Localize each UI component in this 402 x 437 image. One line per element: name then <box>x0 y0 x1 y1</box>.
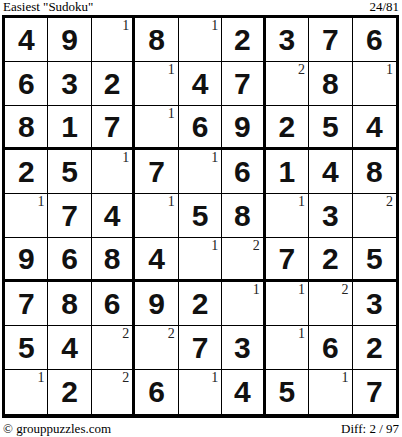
sudoku-cell-r1c1[interactable]: 4 <box>5 18 48 62</box>
cell-value: 8 <box>148 25 165 55</box>
cell-value: 6 <box>18 69 35 99</box>
cell-value: 9 <box>61 25 78 55</box>
sudoku-cell-r7c2[interactable]: 8 <box>48 282 91 326</box>
difficulty-text: Diff: 2 / 97 <box>341 421 399 436</box>
sudoku-cell-r9c1[interactable]: 1 <box>5 370 48 414</box>
cell-value: 1 <box>61 112 78 142</box>
sudoku-cell-r7c7[interactable]: 1 <box>266 282 309 326</box>
cell-value: 7 <box>279 244 296 274</box>
sudoku-cell-r7c1[interactable]: 7 <box>5 282 48 326</box>
sudoku-cell-r6c2[interactable]: 6 <box>48 238 91 282</box>
sudoku-cell-r8c9[interactable]: 2 <box>353 326 396 370</box>
sudoku-cell-r4c1[interactable]: 2 <box>5 150 48 194</box>
cell-value: 4 <box>234 377 251 407</box>
cell-value: 8 <box>366 157 383 187</box>
cell-value: 4 <box>104 201 121 231</box>
cell-value: 2 <box>61 377 78 407</box>
cell-value: 4 <box>18 25 35 55</box>
sudoku-cell-r4c5[interactable]: 1 <box>179 150 222 194</box>
remaining-counter: 24/81 <box>369 0 399 14</box>
cell-value: 6 <box>192 112 209 142</box>
cell-value: 6 <box>322 333 339 363</box>
sudoku-cell-r8c1[interactable]: 5 <box>5 326 48 370</box>
sudoku-cell-r6c7[interactable]: 7 <box>266 238 309 282</box>
cell-value: 7 <box>366 377 383 407</box>
cell-value: 2 <box>192 289 209 319</box>
sudoku-cell-r6c1[interactable]: 9 <box>5 238 48 282</box>
pencil-mark: 1 <box>37 195 44 209</box>
sudoku-cell-r6c4[interactable]: 4 <box>135 238 178 282</box>
cell-value: 4 <box>61 333 78 363</box>
sudoku-cell-r5c1[interactable]: 1 <box>5 194 48 238</box>
sudoku-cell-r4c4[interactable]: 7 <box>135 150 178 194</box>
sudoku-cell-r1c9[interactable]: 6 <box>353 18 396 62</box>
sudoku-cell-r6c8[interactable]: 2 <box>309 238 352 282</box>
cell-value: 7 <box>322 25 339 55</box>
cell-value: 9 <box>234 112 251 142</box>
pencil-mark: 1 <box>37 371 44 385</box>
sudoku-cell-r8c5[interactable]: 7 <box>179 326 222 370</box>
pencil-mark: 1 <box>298 283 305 297</box>
sudoku-cell-r5c6[interactable]: 8 <box>222 194 265 238</box>
sudoku-cell-r4c8[interactable]: 4 <box>309 150 352 194</box>
pencil-mark: 2 <box>168 327 175 341</box>
sudoku-cell-r5c7[interactable]: 1 <box>266 194 309 238</box>
sudoku-cell-r5c8[interactable]: 3 <box>309 194 352 238</box>
sudoku-cell-r6c9[interactable]: 5 <box>353 238 396 282</box>
cell-value: 6 <box>148 377 165 407</box>
pencil-mark: 1 <box>168 195 175 209</box>
puzzle-page: Easiest "Sudoku" 24/81 49181237663214728… <box>0 0 402 437</box>
pencil-mark: 1 <box>168 107 175 121</box>
sudoku-cell-r9c3[interactable]: 2 <box>92 370 135 414</box>
pencil-mark: 1 <box>298 327 305 341</box>
footer: © grouppuzzles.com Diff: 2 / 97 <box>3 421 399 436</box>
sudoku-cell-r7c6[interactable]: 1 <box>222 282 265 326</box>
sudoku-cell-r7c5[interactable]: 2 <box>179 282 222 326</box>
cell-value: 3 <box>234 333 251 363</box>
copyright-text: © grouppuzzles.com <box>3 421 111 436</box>
sudoku-cell-r9c7[interactable]: 5 <box>266 370 309 414</box>
pencil-mark: 2 <box>298 63 305 77</box>
sudoku-cell-r3c5[interactable]: 6 <box>179 106 222 150</box>
pencil-mark: 2 <box>342 283 349 297</box>
pencil-mark: 2 <box>122 327 129 341</box>
pencil-mark: 1 <box>122 151 129 165</box>
sudoku-cell-r7c9[interactable]: 3 <box>353 282 396 326</box>
cell-value: 5 <box>322 112 339 142</box>
sudoku-cell-r6c6[interactable]: 2 <box>222 238 265 282</box>
sudoku-cell-r2c1[interactable]: 6 <box>5 62 48 106</box>
cell-value: 6 <box>61 244 78 274</box>
sudoku-cell-r3c4[interactable]: 1 <box>135 106 178 150</box>
sudoku-board: 4918123766321472818171692542517161481741… <box>2 15 399 418</box>
pencil-mark: 1 <box>211 239 218 253</box>
sudoku-cell-r8c8[interactable]: 6 <box>309 326 352 370</box>
pencil-mark: 1 <box>211 19 218 33</box>
cell-value: 2 <box>322 244 339 274</box>
sudoku-cell-r5c3[interactable]: 4 <box>92 194 135 238</box>
sudoku-cell-r9c6[interactable]: 4 <box>222 370 265 414</box>
pencil-mark: 1 <box>253 283 260 297</box>
cell-value: 2 <box>104 69 121 99</box>
cell-value: 2 <box>234 25 251 55</box>
sudoku-cell-r9c4[interactable]: 6 <box>135 370 178 414</box>
sudoku-cell-r4c3[interactable]: 1 <box>92 150 135 194</box>
cell-value: 8 <box>61 289 78 319</box>
sudoku-cell-r4c7[interactable]: 1 <box>266 150 309 194</box>
cell-value: 8 <box>104 244 121 274</box>
cell-value: 4 <box>148 244 165 274</box>
cell-value: 4 <box>192 69 209 99</box>
sudoku-cell-r8c4[interactable]: 2 <box>135 326 178 370</box>
sudoku-cell-r9c9[interactable]: 7 <box>353 370 396 414</box>
sudoku-cell-r1c7[interactable]: 3 <box>266 18 309 62</box>
cell-value: 5 <box>18 333 35 363</box>
sudoku-cell-r2c3[interactable]: 2 <box>92 62 135 106</box>
sudoku-cell-r1c8[interactable]: 7 <box>309 18 352 62</box>
cell-value: 6 <box>234 157 251 187</box>
cell-value: 5 <box>366 244 383 274</box>
cell-value: 8 <box>322 69 339 99</box>
sudoku-cell-r7c4[interactable]: 9 <box>135 282 178 326</box>
cell-value: 7 <box>234 69 251 99</box>
pencil-mark: 1 <box>298 195 305 209</box>
sudoku-cell-r4c2[interactable]: 5 <box>48 150 91 194</box>
cell-value: 2 <box>366 333 383 363</box>
sudoku-cell-r1c6[interactable]: 2 <box>222 18 265 62</box>
cell-value: 4 <box>322 157 339 187</box>
cell-value: 1 <box>279 157 296 187</box>
cell-value: 5 <box>192 201 209 231</box>
sudoku-cell-r2c2[interactable]: 3 <box>48 62 91 106</box>
sudoku-cell-r2c7[interactable]: 2 <box>266 62 309 106</box>
pencil-mark: 1 <box>168 63 175 77</box>
pencil-mark: 1 <box>386 63 393 77</box>
sudoku-cell-r6c5[interactable]: 1 <box>179 238 222 282</box>
pencil-mark: 1 <box>122 19 129 33</box>
cell-value: 5 <box>279 377 296 407</box>
cell-value: 3 <box>279 25 296 55</box>
cell-value: 4 <box>366 112 383 142</box>
sudoku-cell-r2c8[interactable]: 8 <box>309 62 352 106</box>
sudoku-cell-r1c5[interactable]: 1 <box>179 18 222 62</box>
sudoku-cell-r7c8[interactable]: 2 <box>309 282 352 326</box>
sudoku-cell-r2c4[interactable]: 1 <box>135 62 178 106</box>
cell-value: 9 <box>18 244 35 274</box>
pencil-mark: 1 <box>211 151 218 165</box>
pencil-mark: 1 <box>211 371 218 385</box>
pencil-mark: 1 <box>342 371 349 385</box>
sudoku-cell-r1c3[interactable]: 1 <box>92 18 135 62</box>
cell-value: 3 <box>61 69 78 99</box>
cell-value: 7 <box>61 201 78 231</box>
cell-value: 8 <box>234 201 251 231</box>
sudoku-cell-r4c6[interactable]: 6 <box>222 150 265 194</box>
sudoku-cell-r9c5[interactable]: 1 <box>179 370 222 414</box>
cell-value: 2 <box>18 157 35 187</box>
sudoku-cell-r3c1[interactable]: 8 <box>5 106 48 150</box>
pencil-mark: 2 <box>122 371 129 385</box>
cell-value: 3 <box>322 201 339 231</box>
cell-value: 7 <box>192 333 209 363</box>
header: Easiest "Sudoku" 24/81 <box>3 0 399 14</box>
sudoku-cell-r8c6[interactable]: 3 <box>222 326 265 370</box>
sudoku-cell-r1c2[interactable]: 9 <box>48 18 91 62</box>
cell-value: 6 <box>104 289 121 319</box>
sudoku-cell-r3c6[interactable]: 9 <box>222 106 265 150</box>
pencil-mark: 2 <box>253 239 260 253</box>
sudoku-cell-r8c2[interactable]: 4 <box>48 326 91 370</box>
cell-value: 6 <box>366 25 383 55</box>
sudoku-cell-r3c9[interactable]: 4 <box>353 106 396 150</box>
cell-value: 8 <box>18 112 35 142</box>
cell-value: 3 <box>366 289 383 319</box>
cell-value: 7 <box>18 289 35 319</box>
sudoku-cell-r5c9[interactable]: 2 <box>353 194 396 238</box>
sudoku-cell-r2c9[interactable]: 1 <box>353 62 396 106</box>
sudoku-cell-r5c4[interactable]: 1 <box>135 194 178 238</box>
sudoku-cell-r3c8[interactable]: 5 <box>309 106 352 150</box>
sudoku-cell-r7c3[interactable]: 6 <box>92 282 135 326</box>
sudoku-cell-r5c5[interactable]: 5 <box>179 194 222 238</box>
sudoku-cell-r8c7[interactable]: 1 <box>266 326 309 370</box>
puzzle-title: Easiest "Sudoku" <box>3 0 93 14</box>
cell-value: 9 <box>148 289 165 319</box>
sudoku-cell-r3c3[interactable]: 7 <box>92 106 135 150</box>
sudoku-cell-r2c5[interactable]: 4 <box>179 62 222 106</box>
sudoku-cell-r9c8[interactable]: 1 <box>309 370 352 414</box>
sudoku-cell-r4c9[interactable]: 8 <box>353 150 396 194</box>
cell-value: 2 <box>279 112 296 142</box>
sudoku-cell-r6c3[interactable]: 8 <box>92 238 135 282</box>
sudoku-cell-r3c2[interactable]: 1 <box>48 106 91 150</box>
cell-value: 7 <box>148 157 165 187</box>
pencil-mark: 2 <box>386 195 393 209</box>
sudoku-cell-r1c4[interactable]: 8 <box>135 18 178 62</box>
sudoku-cell-r3c7[interactable]: 2 <box>266 106 309 150</box>
sudoku-cell-r5c2[interactable]: 7 <box>48 194 91 238</box>
sudoku-cell-r2c6[interactable]: 7 <box>222 62 265 106</box>
sudoku-cell-r9c2[interactable]: 2 <box>48 370 91 414</box>
cell-value: 5 <box>61 157 78 187</box>
sudoku-cell-r8c3[interactable]: 2 <box>92 326 135 370</box>
cell-value: 7 <box>104 112 121 142</box>
